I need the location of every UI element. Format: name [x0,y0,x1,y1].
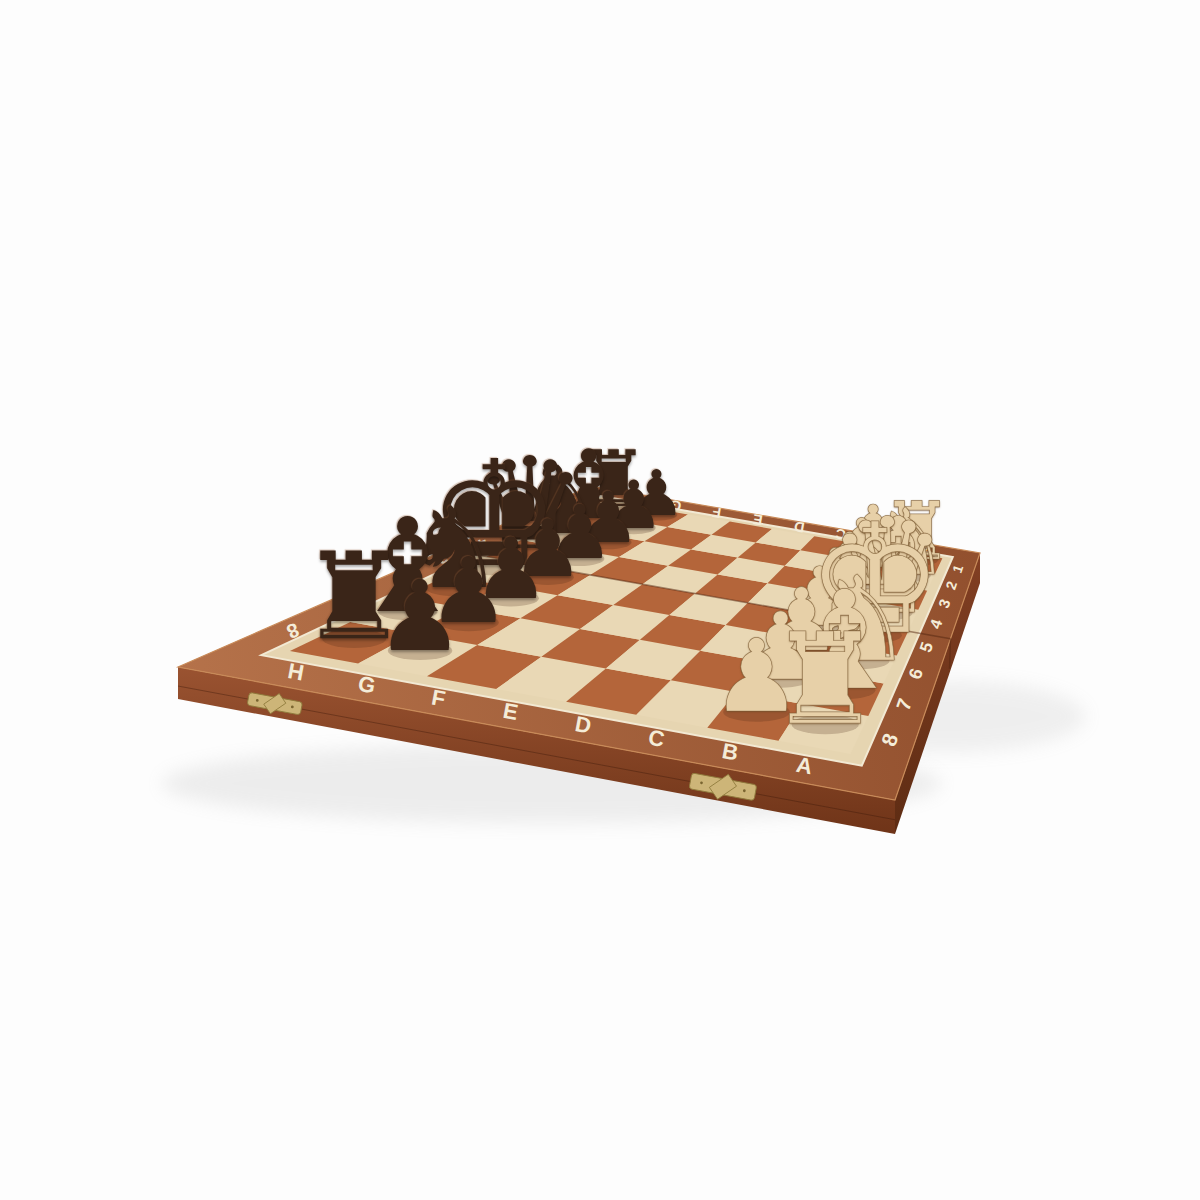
chess-set-photo: HHGGFFEEDDCCBBAA8877665544332211 ♜♟♝♟♞♟♛… [0,0,1200,1200]
piece-white-rook-A8[interactable]: ♜ [769,617,882,743]
piece-layer: ♜♟♝♟♞♟♛♟♟♜♟♚♞♟♟♞♝♟♟♝♛♟♟♚♜♟♟♞♟♝♟♜ [0,0,1200,1200]
piece-black-pawn-G8[interactable]: ♟ [376,568,463,666]
